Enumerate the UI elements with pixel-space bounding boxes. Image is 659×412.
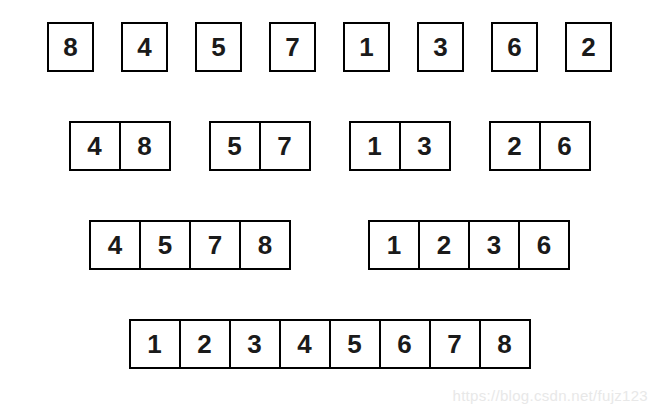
cell-group: 13 — [349, 121, 451, 171]
watermark-url: https://blog.csdn.net/fujz123 — [453, 387, 649, 404]
number-cell: 6 — [379, 321, 429, 367]
cell-group: 1236 — [368, 220, 570, 270]
cell-group: 2 — [565, 22, 612, 72]
cell-group: 26 — [489, 121, 591, 171]
cell-group: 8 — [47, 22, 94, 72]
number-cell: 7 — [271, 24, 314, 70]
cell-group: 4578 — [89, 220, 291, 270]
number-cell: 2 — [491, 123, 539, 169]
number-cell: 5 — [211, 123, 259, 169]
number-cell: 3 — [399, 123, 449, 169]
number-cell: 3 — [229, 321, 279, 367]
number-cell: 5 — [139, 222, 189, 268]
number-cell: 5 — [197, 24, 240, 70]
number-cell: 7 — [259, 123, 309, 169]
number-cell: 8 — [49, 24, 92, 70]
number-cell: 4 — [279, 321, 329, 367]
number-cell: 3 — [419, 24, 462, 70]
merge-sort-diagram: 84571362485713264578123612345678 https:/… — [0, 0, 659, 412]
number-cell: 8 — [239, 222, 289, 268]
cell-group: 5 — [195, 22, 242, 72]
number-cell: 4 — [123, 24, 166, 70]
diagram-level-merged-pairs: 48571326 — [0, 121, 659, 171]
number-cell: 4 — [71, 123, 119, 169]
number-cell: 1 — [351, 123, 399, 169]
cell-group: 1 — [343, 22, 390, 72]
number-cell: 1 — [345, 24, 388, 70]
number-cell: 5 — [329, 321, 379, 367]
cell-group: 3 — [417, 22, 464, 72]
diagram-level-split-singles: 84571362 — [0, 22, 659, 72]
number-cell: 8 — [119, 123, 169, 169]
number-cell: 8 — [479, 321, 529, 367]
number-cell: 6 — [539, 123, 589, 169]
cell-group: 6 — [491, 22, 538, 72]
number-cell: 6 — [518, 222, 568, 268]
number-cell: 7 — [189, 222, 239, 268]
diagram-level-merged-full: 12345678 — [0, 319, 659, 369]
diagram-level-merged-quads: 45781236 — [0, 220, 659, 270]
number-cell: 7 — [429, 321, 479, 367]
number-cell: 2 — [418, 222, 468, 268]
diagram-levels: 84571362485713264578123612345678 — [0, 22, 659, 369]
number-cell: 2 — [567, 24, 610, 70]
cell-group: 7 — [269, 22, 316, 72]
number-cell: 1 — [370, 222, 418, 268]
number-cell: 3 — [468, 222, 518, 268]
number-cell: 2 — [179, 321, 229, 367]
cell-group: 12345678 — [129, 319, 531, 369]
number-cell: 4 — [91, 222, 139, 268]
cell-group: 4 — [121, 22, 168, 72]
cell-group: 57 — [209, 121, 311, 171]
number-cell: 1 — [131, 321, 179, 367]
cell-group: 48 — [69, 121, 171, 171]
number-cell: 6 — [493, 24, 536, 70]
